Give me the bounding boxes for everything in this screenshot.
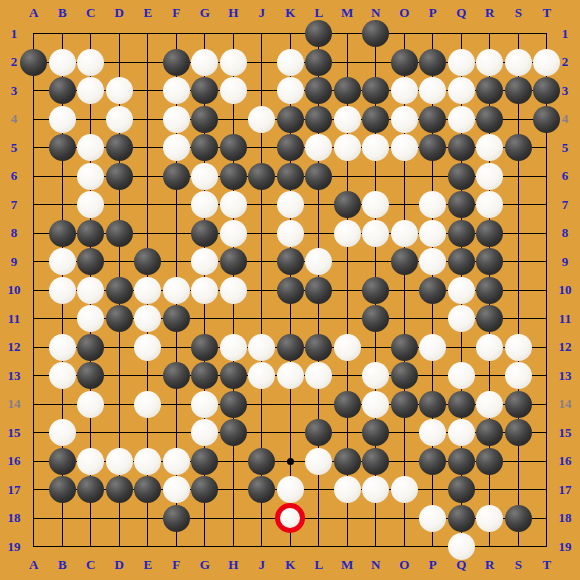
intersection-C17 xyxy=(77,476,106,505)
black-stone-F18 xyxy=(163,505,190,532)
white-stone-P9 xyxy=(419,248,446,275)
intersection-E9 xyxy=(134,248,163,277)
black-stone-G4 xyxy=(191,106,218,133)
intersection-J14[interactable] xyxy=(248,390,277,419)
intersection-P18 xyxy=(419,504,448,533)
intersection-M13[interactable] xyxy=(333,362,362,391)
intersection-K6 xyxy=(276,162,305,191)
intersection-M1[interactable] xyxy=(333,20,362,49)
black-stone-G8 xyxy=(191,220,218,247)
intersection-F14[interactable] xyxy=(162,390,191,419)
black-stone-D17 xyxy=(106,476,133,503)
row-label-right-6: 6 xyxy=(554,169,576,183)
intersection-O2 xyxy=(390,48,419,77)
black-stone-R10 xyxy=(476,277,503,304)
intersection-F10 xyxy=(162,276,191,305)
black-stone-B3 xyxy=(49,77,76,104)
intersection-E7[interactable] xyxy=(134,191,163,220)
intersection-K1[interactable] xyxy=(276,20,305,49)
intersection-N18[interactable] xyxy=(362,504,391,533)
white-stone-M4 xyxy=(334,106,361,133)
intersection-E11 xyxy=(134,305,163,334)
intersection-J12 xyxy=(248,333,277,362)
white-stone-B2 xyxy=(49,49,76,76)
intersection-F6 xyxy=(162,162,191,191)
row-label-left-7: 7 xyxy=(3,198,25,212)
intersection-B18[interactable] xyxy=(48,504,77,533)
black-stone-E17 xyxy=(134,476,161,503)
intersection-S9[interactable] xyxy=(504,248,533,277)
intersection-N5 xyxy=(362,134,391,163)
intersection-O1[interactable] xyxy=(390,20,419,49)
white-stone-J12 xyxy=(248,334,275,361)
intersection-G6 xyxy=(191,162,220,191)
intersection-M12 xyxy=(333,333,362,362)
black-stone-L12 xyxy=(305,334,332,361)
intersection-E15[interactable] xyxy=(134,419,163,448)
intersection-D2[interactable] xyxy=(105,48,134,77)
intersection-F13 xyxy=(162,362,191,391)
black-stone-R9 xyxy=(476,248,503,275)
intersection-K12 xyxy=(276,333,305,362)
intersection-G18[interactable] xyxy=(191,504,220,533)
intersection-D9[interactable] xyxy=(105,248,134,277)
intersection-N9[interactable] xyxy=(362,248,391,277)
row-label-right-19: 19 xyxy=(554,540,576,554)
intersection-F17 xyxy=(162,476,191,505)
black-stone-J16 xyxy=(248,448,275,475)
white-stone-O5 xyxy=(391,134,418,161)
white-stone-G14 xyxy=(191,391,218,418)
white-stone-Q2 xyxy=(448,49,475,76)
black-stone-L10 xyxy=(305,277,332,304)
column-label-top-D: D xyxy=(105,6,133,20)
intersection-D13[interactable] xyxy=(105,362,134,391)
black-stone-O12 xyxy=(391,334,418,361)
black-stone-H9 xyxy=(220,248,247,275)
intersection-D7[interactable] xyxy=(105,191,134,220)
intersection-D11 xyxy=(105,305,134,334)
black-stone-R8 xyxy=(476,220,503,247)
intersection-P13[interactable] xyxy=(419,362,448,391)
intersection-E1[interactable] xyxy=(134,20,163,49)
intersection-M2[interactable] xyxy=(333,48,362,77)
intersection-D1[interactable] xyxy=(105,20,134,49)
white-stone-F10 xyxy=(163,277,190,304)
black-stone-Q9 xyxy=(448,248,475,275)
black-stone-G16 xyxy=(191,448,218,475)
row-label-left-4: 4 xyxy=(3,112,25,126)
white-stone-C6 xyxy=(77,163,104,190)
intersection-R13[interactable] xyxy=(476,362,505,391)
intersection-N6[interactable] xyxy=(362,162,391,191)
intersection-J1[interactable] xyxy=(248,20,277,49)
row-label-left-9: 9 xyxy=(3,255,25,269)
intersection-P11[interactable] xyxy=(419,305,448,334)
intersection-B7[interactable] xyxy=(48,191,77,220)
intersection-E6[interactable] xyxy=(134,162,163,191)
row-label-left-11: 11 xyxy=(3,312,25,326)
intersection-N13 xyxy=(362,362,391,391)
intersection-K13 xyxy=(276,362,305,391)
column-label-bottom-L: L xyxy=(305,558,333,572)
intersection-D12[interactable] xyxy=(105,333,134,362)
intersection-B5 xyxy=(48,134,77,163)
intersection-J5[interactable] xyxy=(248,134,277,163)
intersection-C13 xyxy=(77,362,106,391)
intersection-H7 xyxy=(219,191,248,220)
intersection-K2 xyxy=(276,48,305,77)
intersection-E5[interactable] xyxy=(134,134,163,163)
black-stone-N1 xyxy=(362,20,389,47)
intersection-S6[interactable] xyxy=(504,162,533,191)
intersection-B12 xyxy=(48,333,77,362)
intersection-E14 xyxy=(134,390,163,419)
intersection-H3 xyxy=(219,77,248,106)
black-stone-S15 xyxy=(505,419,532,446)
black-stone-H15 xyxy=(220,419,247,446)
intersection-F12[interactable] xyxy=(162,333,191,362)
intersection-K15[interactable] xyxy=(276,419,305,448)
intersection-S7[interactable] xyxy=(504,191,533,220)
intersection-H5 xyxy=(219,134,248,163)
intersection-C15[interactable] xyxy=(77,419,106,448)
intersection-P16 xyxy=(419,447,448,476)
column-label-top-R: R xyxy=(476,6,504,20)
intersection-H15 xyxy=(219,419,248,448)
intersection-Q5 xyxy=(447,134,476,163)
column-label-bottom-D: D xyxy=(105,558,133,572)
intersection-F9[interactable] xyxy=(162,248,191,277)
intersection-H11[interactable] xyxy=(219,305,248,334)
intersection-F7[interactable] xyxy=(162,191,191,220)
intersection-R2 xyxy=(476,48,505,77)
intersection-G2 xyxy=(191,48,220,77)
white-stone-H3 xyxy=(220,77,247,104)
intersection-P7 xyxy=(419,191,448,220)
intersection-S4[interactable] xyxy=(504,105,533,134)
intersection-R15 xyxy=(476,419,505,448)
intersection-F3 xyxy=(162,77,191,106)
intersection-O15[interactable] xyxy=(390,419,419,448)
intersection-H18[interactable] xyxy=(219,504,248,533)
intersection-G8 xyxy=(191,219,220,248)
intersection-O6[interactable] xyxy=(390,162,419,191)
intersection-S11[interactable] xyxy=(504,305,533,334)
intersection-O16[interactable] xyxy=(390,447,419,476)
intersection-K7 xyxy=(276,191,305,220)
column-label-top-N: N xyxy=(362,6,390,20)
white-stone-N13 xyxy=(362,362,389,389)
intersection-P1[interactable] xyxy=(419,20,448,49)
intersection-M17 xyxy=(333,476,362,505)
intersection-J9[interactable] xyxy=(248,248,277,277)
black-stone-B5 xyxy=(49,134,76,161)
intersection-Q12[interactable] xyxy=(447,333,476,362)
black-stone-F6 xyxy=(163,163,190,190)
row-label-right-9: 9 xyxy=(554,255,576,269)
intersection-B14[interactable] xyxy=(48,390,77,419)
row-label-left-1: 1 xyxy=(3,27,25,41)
intersection-F15[interactable] xyxy=(162,419,191,448)
intersection-K18 xyxy=(276,504,305,533)
intersection-J10[interactable] xyxy=(248,276,277,305)
white-stone-N17 xyxy=(362,476,389,503)
intersection-H17[interactable] xyxy=(219,476,248,505)
intersection-M5 xyxy=(333,134,362,163)
intersection-S17[interactable] xyxy=(504,476,533,505)
intersection-J11[interactable] xyxy=(248,305,277,334)
intersection-C1[interactable] xyxy=(77,20,106,49)
intersection-N4 xyxy=(362,105,391,134)
row-label-left-5: 5 xyxy=(3,141,25,155)
intersection-H9 xyxy=(219,248,248,277)
intersection-O8 xyxy=(390,219,419,248)
intersection-H13 xyxy=(219,362,248,391)
intersection-L11[interactable] xyxy=(305,305,334,334)
intersection-F16 xyxy=(162,447,191,476)
column-label-bottom-J: J xyxy=(248,558,276,572)
intersection-J2[interactable] xyxy=(248,48,277,77)
column-label-bottom-R: R xyxy=(476,558,504,572)
intersection-G11[interactable] xyxy=(191,305,220,334)
white-stone-S2 xyxy=(505,49,532,76)
intersection-J3[interactable] xyxy=(248,77,277,106)
intersection-H12 xyxy=(219,333,248,362)
intersection-R8 xyxy=(476,219,505,248)
column-label-bottom-N: N xyxy=(362,558,390,572)
intersection-N16 xyxy=(362,447,391,476)
intersection-C14 xyxy=(77,390,106,419)
black-stone-S18 xyxy=(505,505,532,532)
black-stone-R11 xyxy=(476,305,503,332)
black-stone-M14 xyxy=(334,391,361,418)
white-stone-D4 xyxy=(106,106,133,133)
black-stone-N3 xyxy=(362,77,389,104)
intersection-P17[interactable] xyxy=(419,476,448,505)
intersection-H1[interactable] xyxy=(219,20,248,49)
intersection-H4[interactable] xyxy=(219,105,248,134)
intersection-C6 xyxy=(77,162,106,191)
intersection-M15[interactable] xyxy=(333,419,362,448)
black-stone-B16 xyxy=(49,448,76,475)
intersection-O4 xyxy=(390,105,419,134)
row-label-left-16: 16 xyxy=(3,454,25,468)
intersection-O18[interactable] xyxy=(390,504,419,533)
intersection-G16 xyxy=(191,447,220,476)
column-label-bottom-C: C xyxy=(77,558,105,572)
column-label-top-H: H xyxy=(219,6,247,20)
row-label-left-18: 18 xyxy=(3,511,25,525)
intersection-R17[interactable] xyxy=(476,476,505,505)
intersection-P6[interactable] xyxy=(419,162,448,191)
intersection-B1[interactable] xyxy=(48,20,77,49)
intersection-N12[interactable] xyxy=(362,333,391,362)
white-stone-S12 xyxy=(505,334,532,361)
intersection-E10 xyxy=(134,276,163,305)
intersection-O7[interactable] xyxy=(390,191,419,220)
intersection-E12 xyxy=(134,333,163,362)
white-stone-B12 xyxy=(49,334,76,361)
intersection-L6 xyxy=(305,162,334,191)
row-label-right-5: 5 xyxy=(554,141,576,155)
intersection-S8[interactable] xyxy=(504,219,533,248)
black-stone-R3 xyxy=(476,77,503,104)
intersection-R7 xyxy=(476,191,505,220)
white-stone-O8 xyxy=(391,220,418,247)
intersection-J4 xyxy=(248,105,277,134)
intersection-S1[interactable] xyxy=(504,20,533,49)
column-label-top-K: K xyxy=(276,6,304,20)
intersection-R14 xyxy=(476,390,505,419)
intersection-G15 xyxy=(191,419,220,448)
black-stone-L3 xyxy=(305,77,332,104)
intersection-L15 xyxy=(305,419,334,448)
intersection-J7[interactable] xyxy=(248,191,277,220)
black-stone-B17 xyxy=(49,476,76,503)
intersection-K16[interactable] xyxy=(276,447,305,476)
white-stone-F16 xyxy=(163,448,190,475)
intersection-E13[interactable] xyxy=(134,362,163,391)
black-stone-P5 xyxy=(419,134,446,161)
white-stone-P15 xyxy=(419,419,446,446)
intersection-E3[interactable] xyxy=(134,77,163,106)
intersection-N8 xyxy=(362,219,391,248)
column-label-bottom-T: T xyxy=(533,558,561,572)
intersection-R18 xyxy=(476,504,505,533)
row-label-left-14: 14 xyxy=(3,397,25,411)
black-stone-N15 xyxy=(362,419,389,446)
intersection-D14[interactable] xyxy=(105,390,134,419)
row-label-right-17: 17 xyxy=(554,483,576,497)
intersection-M18[interactable] xyxy=(333,504,362,533)
intersection-M11[interactable] xyxy=(333,305,362,334)
intersection-J13 xyxy=(248,362,277,391)
intersection-O9 xyxy=(390,248,419,277)
intersection-S5 xyxy=(504,134,533,163)
black-stone-L6 xyxy=(305,163,332,190)
intersection-G10 xyxy=(191,276,220,305)
intersection-D15[interactable] xyxy=(105,419,134,448)
black-stone-J6 xyxy=(248,163,275,190)
white-stone-F17 xyxy=(163,476,190,503)
intersection-L7[interactable] xyxy=(305,191,334,220)
column-label-bottom-G: G xyxy=(191,558,219,572)
intersection-L18[interactable] xyxy=(305,504,334,533)
intersection-L17[interactable] xyxy=(305,476,334,505)
intersection-K14[interactable] xyxy=(276,390,305,419)
intersection-E8[interactable] xyxy=(134,219,163,248)
row-label-right-8: 8 xyxy=(554,226,576,240)
intersection-B6[interactable] xyxy=(48,162,77,191)
column-label-top-M: M xyxy=(333,6,361,20)
intersection-K11[interactable] xyxy=(276,305,305,334)
white-stone-H10 xyxy=(220,277,247,304)
intersection-L8[interactable] xyxy=(305,219,334,248)
column-label-top-S: S xyxy=(504,6,532,20)
row-label-right-11: 11 xyxy=(554,312,576,326)
black-stone-N16 xyxy=(362,448,389,475)
white-stone-N14 xyxy=(362,391,389,418)
intersection-O11[interactable] xyxy=(390,305,419,334)
intersection-R4 xyxy=(476,105,505,134)
intersection-P8 xyxy=(419,219,448,248)
intersection-R3 xyxy=(476,77,505,106)
intersection-E2[interactable] xyxy=(134,48,163,77)
white-stone-E16 xyxy=(134,448,161,475)
row-label-right-4: 4 xyxy=(554,112,576,126)
intersection-F4 xyxy=(162,105,191,134)
white-stone-Q13 xyxy=(448,362,475,389)
intersection-E18[interactable] xyxy=(134,504,163,533)
intersection-K9 xyxy=(276,248,305,277)
intersection-J15[interactable] xyxy=(248,419,277,448)
black-stone-H5 xyxy=(220,134,247,161)
intersection-S16[interactable] xyxy=(504,447,533,476)
black-stone-F2 xyxy=(163,49,190,76)
intersection-L14[interactable] xyxy=(305,390,334,419)
intersection-O10[interactable] xyxy=(390,276,419,305)
intersection-J8[interactable] xyxy=(248,219,277,248)
intersection-C18[interactable] xyxy=(77,504,106,533)
black-stone-Q7 xyxy=(448,191,475,218)
intersection-R1[interactable] xyxy=(476,20,505,49)
intersection-Q15 xyxy=(447,419,476,448)
row-label-left-8: 8 xyxy=(3,226,25,240)
intersection-P5 xyxy=(419,134,448,163)
white-stone-H7 xyxy=(220,191,247,218)
intersection-F1[interactable] xyxy=(162,20,191,49)
intersection-P3 xyxy=(419,77,448,106)
column-label-top-Q: Q xyxy=(447,6,475,20)
intersection-J18[interactable] xyxy=(248,504,277,533)
intersection-M10[interactable] xyxy=(333,276,362,305)
intersection-G13 xyxy=(191,362,220,391)
intersection-D18[interactable] xyxy=(105,504,134,533)
black-stone-C13 xyxy=(77,362,104,389)
intersection-C4[interactable] xyxy=(77,105,106,134)
intersection-F2 xyxy=(162,48,191,77)
intersection-H16[interactable] xyxy=(219,447,248,476)
white-stone-R5 xyxy=(476,134,503,161)
black-stone-F11 xyxy=(163,305,190,332)
row-label-left-17: 17 xyxy=(3,483,25,497)
intersection-G1[interactable] xyxy=(191,20,220,49)
white-stone-R12 xyxy=(476,334,503,361)
black-stone-G3 xyxy=(191,77,218,104)
intersection-S10[interactable] xyxy=(504,276,533,305)
black-stone-Q5 xyxy=(448,134,475,161)
intersection-E4[interactable] xyxy=(134,105,163,134)
black-stone-H14 xyxy=(220,391,247,418)
intersection-M14 xyxy=(333,390,362,419)
intersection-N2[interactable] xyxy=(362,48,391,77)
intersection-B11[interactable] xyxy=(48,305,77,334)
intersection-G7 xyxy=(191,191,220,220)
row-label-right-1: 1 xyxy=(554,27,576,41)
column-label-top-B: B xyxy=(48,6,76,20)
white-stone-D3 xyxy=(106,77,133,104)
intersection-F8[interactable] xyxy=(162,219,191,248)
black-stone-Q16 xyxy=(448,448,475,475)
intersection-C10 xyxy=(77,276,106,305)
intersection-M9[interactable] xyxy=(333,248,362,277)
intersection-Q1[interactable] xyxy=(447,20,476,49)
black-stone-M16 xyxy=(334,448,361,475)
intersection-M6[interactable] xyxy=(333,162,362,191)
white-stone-K17 xyxy=(277,476,304,503)
intersection-R11 xyxy=(476,305,505,334)
